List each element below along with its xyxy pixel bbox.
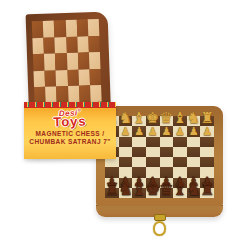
square-b5 xyxy=(187,157,201,167)
square-a6 xyxy=(200,167,214,177)
square-f6 xyxy=(132,167,146,177)
square-f8: ♝ xyxy=(132,188,146,198)
square-e7: ♟ xyxy=(146,178,160,188)
square-d3 xyxy=(160,137,174,147)
square-a3 xyxy=(200,137,214,147)
square-f5 xyxy=(132,157,146,167)
product-title-line1: MAGNETIC CHESS / xyxy=(24,130,116,137)
square-b3 xyxy=(187,137,201,147)
checker-cell xyxy=(77,36,89,53)
square-b8: ♞ xyxy=(187,188,201,198)
checker-cell xyxy=(65,20,77,37)
square-e6 xyxy=(146,167,160,177)
square-b1: ♞ xyxy=(187,116,201,126)
square-g7: ♟ xyxy=(119,178,133,188)
square-f7: ♟ xyxy=(132,178,146,188)
clasp-plate xyxy=(154,214,166,221)
square-e1: ♚ xyxy=(146,116,160,126)
square-e8: ♚ xyxy=(146,188,160,198)
square-g6 xyxy=(119,167,133,177)
white-pawn: ♟ xyxy=(134,126,144,137)
checker-cell xyxy=(44,37,56,54)
checker-cell xyxy=(78,69,90,86)
square-a1: ♜ xyxy=(200,116,214,126)
square-c4 xyxy=(173,147,187,157)
white-bishop: ♝ xyxy=(132,111,145,126)
checker-cell xyxy=(34,70,46,87)
square-c6 xyxy=(173,167,187,177)
square-g3 xyxy=(119,137,133,147)
checker-cell xyxy=(55,53,67,70)
checker-cell xyxy=(76,19,88,36)
square-d4 xyxy=(160,147,174,157)
checker-cell xyxy=(56,86,68,103)
black-pawn: ♟ xyxy=(120,175,132,188)
black-pawn: ♟ xyxy=(174,175,186,188)
white-bishop: ♝ xyxy=(173,111,186,126)
black-pawn: ♟ xyxy=(133,175,145,188)
square-d6 xyxy=(160,167,174,177)
checker-cell xyxy=(44,53,56,70)
checker-cell xyxy=(89,68,101,85)
square-b6 xyxy=(187,167,201,177)
checker-cell xyxy=(66,36,78,53)
checker-cell xyxy=(88,35,100,52)
square-g2: ♟ xyxy=(119,126,133,136)
square-e2: ♟ xyxy=(146,126,160,136)
white-knight: ♞ xyxy=(187,111,200,126)
checker-cell xyxy=(32,37,44,54)
white-pawn: ♟ xyxy=(161,126,171,137)
checker-cell xyxy=(89,52,101,69)
black-pawn: ♟ xyxy=(188,175,200,188)
square-c3 xyxy=(173,137,187,147)
folded-chess-box: Desi® Toys MAGNETIC CHESS / CHUMBAK SATR… xyxy=(26,13,112,159)
product-label: Desi® Toys MAGNETIC CHESS / CHUMBAK SATR… xyxy=(24,102,116,159)
square-d8: ♛ xyxy=(160,188,174,198)
checker-cell xyxy=(90,85,102,102)
black-pawn: ♟ xyxy=(201,175,213,188)
checker-cell xyxy=(78,52,90,69)
square-g8: ♞ xyxy=(119,188,133,198)
square-a2: ♟ xyxy=(200,126,214,136)
square-a7: ♟ xyxy=(200,178,214,188)
checker-cell xyxy=(67,69,79,86)
white-rook: ♜ xyxy=(200,111,213,126)
square-c7: ♟ xyxy=(173,178,187,188)
checker-cell xyxy=(68,86,80,103)
registered-mark: ® xyxy=(77,107,81,112)
square-c1: ♝ xyxy=(173,116,187,126)
square-a4 xyxy=(200,147,214,157)
white-pawn: ♟ xyxy=(175,126,185,137)
square-a8: ♜ xyxy=(200,188,214,198)
square-c2: ♟ xyxy=(173,126,187,136)
white-pawn: ♟ xyxy=(202,126,212,137)
brand-name-bottom: Toys xyxy=(24,113,116,129)
square-c5 xyxy=(173,157,187,167)
square-d5 xyxy=(160,157,174,167)
white-pawn: ♟ xyxy=(121,126,131,137)
clasp-ring xyxy=(153,221,166,236)
checker-cell xyxy=(45,70,57,87)
white-king: ♚ xyxy=(146,111,159,126)
checker-cell xyxy=(55,37,67,54)
square-e4 xyxy=(146,147,160,157)
checker-cell xyxy=(33,54,45,71)
black-pawn: ♟ xyxy=(160,175,172,188)
white-queen: ♛ xyxy=(160,111,173,126)
checker-cell xyxy=(54,20,66,37)
product-title-line2: CHUMBAK SATRANJ 7" xyxy=(24,138,116,145)
checker-cell xyxy=(32,21,44,38)
checker-cell xyxy=(66,53,78,70)
white-pawn: ♟ xyxy=(148,126,158,137)
checker-cell xyxy=(56,70,68,87)
square-g5 xyxy=(119,157,133,167)
square-g4 xyxy=(119,147,133,157)
white-knight: ♞ xyxy=(119,111,132,126)
square-f1: ♝ xyxy=(132,116,146,126)
black-pawn: ♟ xyxy=(147,175,159,188)
checker-cell xyxy=(43,20,55,37)
square-a5 xyxy=(200,157,214,167)
square-c8: ♝ xyxy=(173,188,187,198)
black-pawn: ♟ xyxy=(106,175,118,188)
square-d1: ♛ xyxy=(160,116,174,126)
square-f2: ♟ xyxy=(132,126,146,136)
square-g1: ♞ xyxy=(119,116,133,126)
white-pawn: ♟ xyxy=(189,126,199,137)
square-e3 xyxy=(146,137,160,147)
checker-cell xyxy=(45,86,57,103)
square-f4 xyxy=(132,147,146,157)
square-f3 xyxy=(132,137,146,147)
brass-clasp-icon xyxy=(152,214,168,236)
square-b4 xyxy=(187,147,201,157)
square-h8: ♜ xyxy=(105,188,119,198)
square-b7: ♟ xyxy=(187,178,201,188)
square-d7: ♟ xyxy=(160,178,174,188)
checker-cell xyxy=(79,85,91,102)
square-b2: ♟ xyxy=(187,126,201,136)
square-e5 xyxy=(146,157,160,167)
chess-board-grid: ♜♞♝♚♛♝♞♜♟♟♟♟♟♟♟♟♟♟♟♟♟♟♟♟♜♞♝♚♛♝♞♜ xyxy=(105,116,214,198)
checker-cell xyxy=(88,19,100,36)
square-d2: ♟ xyxy=(160,126,174,136)
square-h6 xyxy=(105,167,119,177)
square-h7: ♟ xyxy=(105,178,119,188)
product-photo: ♜♞♝♚♛♝♞♜♟♟♟♟♟♟♟♟♟♟♟♟♟♟♟♟♜♞♝♚♛♝♞♜ Desi® T… xyxy=(0,0,240,240)
brand-logo: Desi® Toys xyxy=(24,109,116,128)
